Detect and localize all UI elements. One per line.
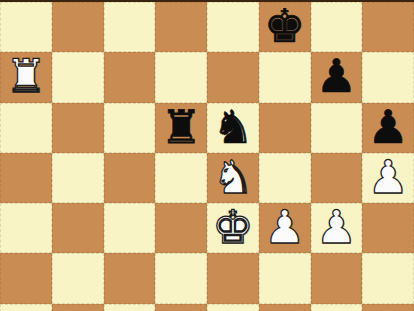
square-g7[interactable]: ♟ xyxy=(311,52,363,102)
piece-black-rook-d6[interactable]: ♜ xyxy=(161,104,202,150)
square-g6[interactable] xyxy=(311,103,363,153)
square-b3[interactable] xyxy=(52,253,104,303)
square-c6[interactable] xyxy=(104,103,156,153)
square-h6[interactable]: ♟ xyxy=(362,103,414,153)
square-a2[interactable] xyxy=(0,304,52,311)
square-g3[interactable] xyxy=(311,253,363,303)
square-b6[interactable] xyxy=(52,103,104,153)
square-e8[interactable] xyxy=(207,2,259,52)
square-f7[interactable] xyxy=(259,52,311,102)
square-d4[interactable] xyxy=(155,203,207,253)
square-f8[interactable]: ♚ xyxy=(259,2,311,52)
square-f2[interactable] xyxy=(259,304,311,311)
piece-white-king-e4[interactable]: ♚ xyxy=(212,204,253,250)
square-c3[interactable] xyxy=(104,253,156,303)
square-d7[interactable] xyxy=(155,52,207,102)
square-d6[interactable]: ♜ xyxy=(155,103,207,153)
square-b7[interactable] xyxy=(52,52,104,102)
square-b5[interactable] xyxy=(52,153,104,203)
square-c8[interactable] xyxy=(104,2,156,52)
piece-white-knight-e5[interactable]: ♞ xyxy=(212,154,253,200)
piece-black-pawn-g7[interactable]: ♟ xyxy=(316,53,357,99)
square-a6[interactable] xyxy=(0,103,52,153)
square-f3[interactable] xyxy=(259,253,311,303)
square-e4[interactable]: ♚ xyxy=(207,203,259,253)
square-e3[interactable] xyxy=(207,253,259,303)
square-f4[interactable]: ♟ xyxy=(259,203,311,253)
chess-board: ♚♜♟♜♞♟♞♟♚♟♟ xyxy=(0,0,414,311)
piece-black-knight-e6[interactable]: ♞ xyxy=(212,104,253,150)
square-d2[interactable] xyxy=(155,304,207,311)
square-c5[interactable] xyxy=(104,153,156,203)
square-d3[interactable] xyxy=(155,253,207,303)
square-a7[interactable]: ♜ xyxy=(0,52,52,102)
square-c2[interactable] xyxy=(104,304,156,311)
piece-white-pawn-f4[interactable]: ♟ xyxy=(264,204,305,250)
chess-board-grid: ♚♜♟♜♞♟♞♟♚♟♟ xyxy=(0,2,414,311)
piece-white-rook-a7[interactable]: ♜ xyxy=(5,53,46,99)
square-h7[interactable] xyxy=(362,52,414,102)
piece-white-pawn-h5[interactable]: ♟ xyxy=(368,154,409,200)
square-g8[interactable] xyxy=(311,2,363,52)
square-a3[interactable] xyxy=(0,253,52,303)
square-b4[interactable] xyxy=(52,203,104,253)
square-h2[interactable] xyxy=(362,304,414,311)
square-g4[interactable]: ♟ xyxy=(311,203,363,253)
square-e2[interactable] xyxy=(207,304,259,311)
square-f6[interactable] xyxy=(259,103,311,153)
square-f5[interactable] xyxy=(259,153,311,203)
piece-black-king-f8[interactable]: ♚ xyxy=(264,3,305,49)
square-b8[interactable] xyxy=(52,2,104,52)
square-h3[interactable] xyxy=(362,253,414,303)
square-b2[interactable] xyxy=(52,304,104,311)
square-e7[interactable] xyxy=(207,52,259,102)
piece-white-pawn-g4[interactable]: ♟ xyxy=(316,204,357,250)
square-h5[interactable]: ♟ xyxy=(362,153,414,203)
square-a8[interactable] xyxy=(0,2,52,52)
square-h4[interactable] xyxy=(362,203,414,253)
square-g2[interactable] xyxy=(311,304,363,311)
square-g5[interactable] xyxy=(311,153,363,203)
square-a4[interactable] xyxy=(0,203,52,253)
square-c7[interactable] xyxy=(104,52,156,102)
square-h8[interactable] xyxy=(362,2,414,52)
square-e6[interactable]: ♞ xyxy=(207,103,259,153)
square-a5[interactable] xyxy=(0,153,52,203)
piece-black-pawn-h6[interactable]: ♟ xyxy=(368,104,409,150)
square-d8[interactable] xyxy=(155,2,207,52)
square-c4[interactable] xyxy=(104,203,156,253)
square-e5[interactable]: ♞ xyxy=(207,153,259,203)
square-d5[interactable] xyxy=(155,153,207,203)
